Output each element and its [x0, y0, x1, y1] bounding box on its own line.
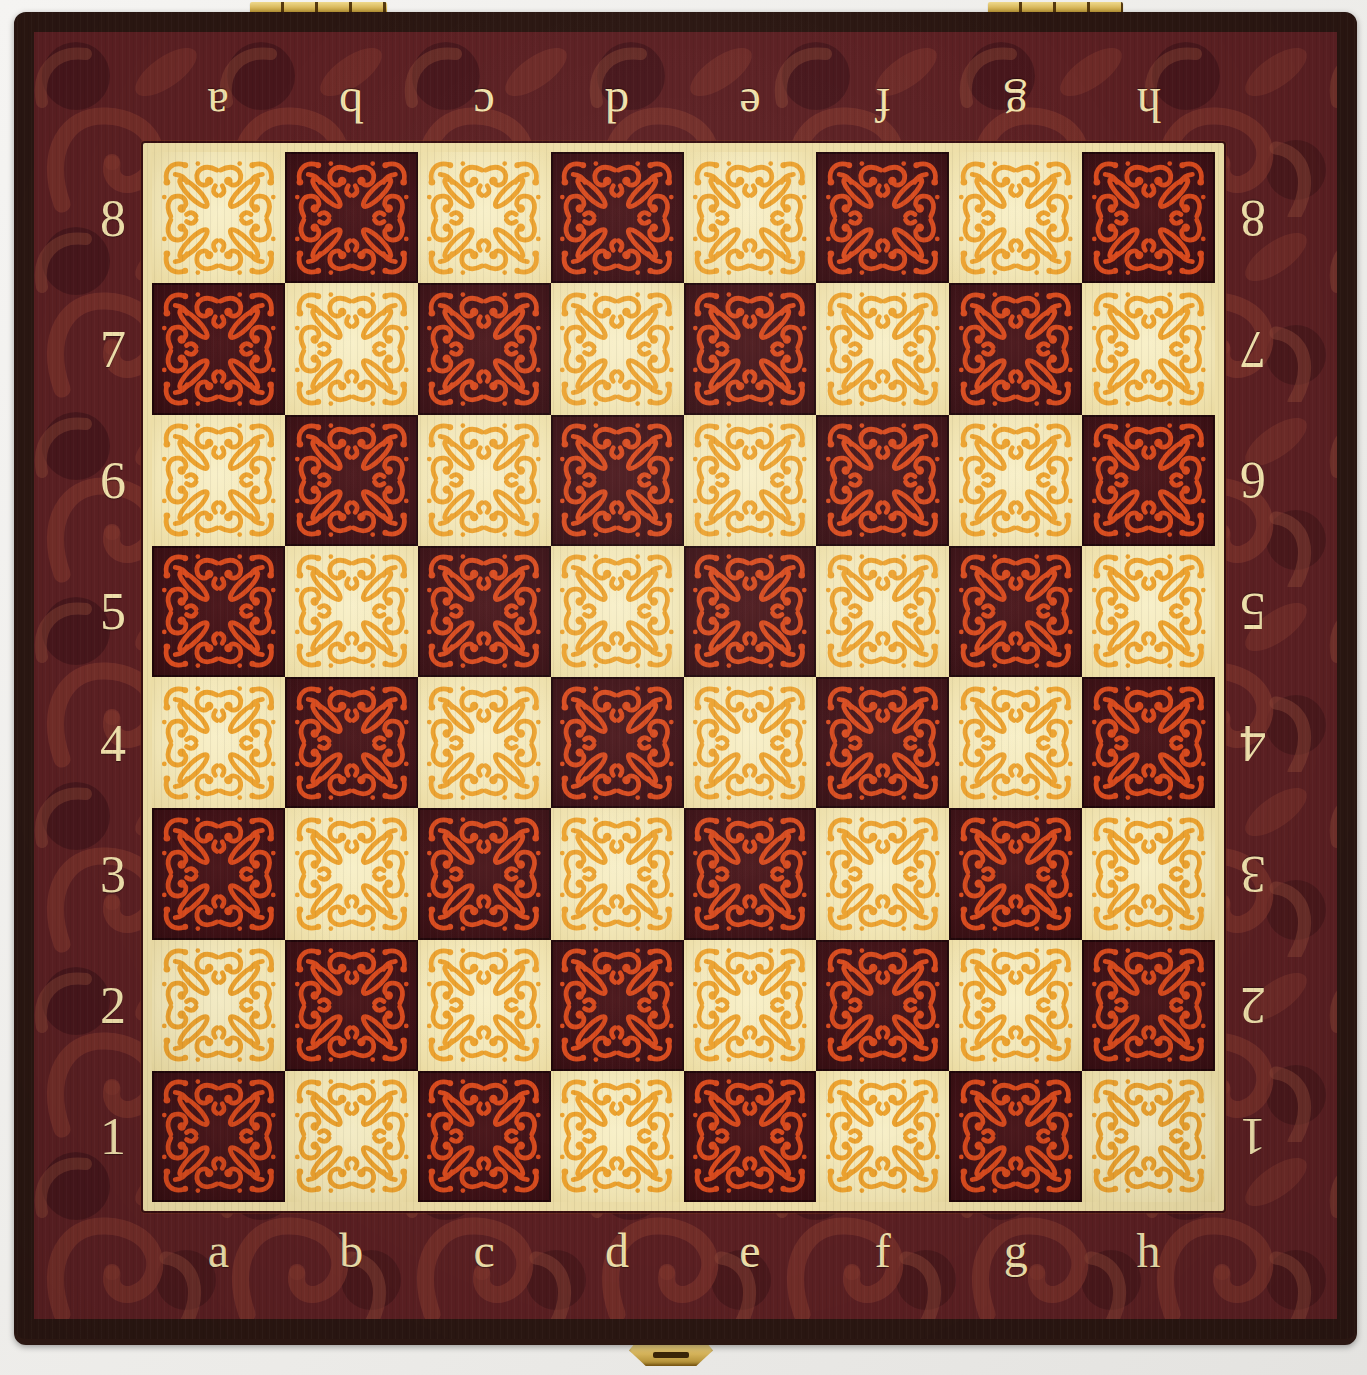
chess-box: aabbccddeeffgghh8877665544332211 — [14, 12, 1357, 1345]
damask-ornament-icon — [290, 944, 414, 1066]
square-b7[interactable] — [285, 283, 418, 414]
damask-ornament-icon — [290, 288, 414, 410]
damask-ornament-icon — [555, 944, 679, 1066]
square-b4[interactable] — [285, 677, 418, 808]
board-outline-band — [143, 143, 1224, 1211]
damask-ornament-icon — [555, 419, 679, 541]
damask-ornament-icon — [1087, 682, 1211, 804]
square-a5[interactable] — [152, 546, 285, 677]
damask-ornament-icon — [954, 288, 1078, 410]
damask-ornament-icon — [954, 682, 1078, 804]
square-h8[interactable] — [1082, 152, 1215, 283]
square-e5[interactable] — [684, 546, 817, 677]
square-d1[interactable] — [551, 1071, 684, 1202]
square-g8[interactable] — [949, 152, 1082, 283]
damask-ornament-icon — [290, 813, 414, 935]
square-c4[interactable] — [418, 677, 551, 808]
damask-ornament-icon — [688, 157, 812, 279]
square-f4[interactable] — [816, 677, 949, 808]
square-h6[interactable] — [1082, 415, 1215, 546]
square-b1[interactable] — [285, 1071, 418, 1202]
damask-ornament-icon — [157, 1075, 281, 1197]
square-h1[interactable] — [1082, 1071, 1215, 1202]
damask-ornament-icon — [422, 813, 546, 935]
damask-ornament-icon — [422, 682, 546, 804]
damask-ornament-icon — [954, 550, 1078, 672]
damask-ornament-icon — [688, 550, 812, 672]
square-f7[interactable] — [816, 283, 949, 414]
square-g1[interactable] — [949, 1071, 1082, 1202]
square-h3[interactable] — [1082, 808, 1215, 939]
square-f1[interactable] — [816, 1071, 949, 1202]
square-a7[interactable] — [152, 283, 285, 414]
damask-ornament-icon — [422, 1075, 546, 1197]
damask-ornament-icon — [422, 944, 546, 1066]
damask-ornament-icon — [1087, 550, 1211, 672]
square-e7[interactable] — [684, 283, 817, 414]
damask-ornament-icon — [954, 813, 1078, 935]
damask-ornament-icon — [555, 288, 679, 410]
square-c5[interactable] — [418, 546, 551, 677]
damask-ornament-icon — [157, 157, 281, 279]
damask-ornament-icon — [290, 1075, 414, 1197]
square-h7[interactable] — [1082, 283, 1215, 414]
square-c2[interactable] — [418, 940, 551, 1071]
square-e8[interactable] — [684, 152, 817, 283]
damask-ornament-icon — [555, 813, 679, 935]
square-d8[interactable] — [551, 152, 684, 283]
square-a6[interactable] — [152, 415, 285, 546]
damask-ornament-icon — [422, 419, 546, 541]
damask-ornament-icon — [422, 550, 546, 672]
damask-ornament-icon — [157, 550, 281, 672]
damask-ornament-icon — [1087, 157, 1211, 279]
damask-ornament-icon — [688, 1075, 812, 1197]
damask-ornament-icon — [821, 288, 945, 410]
damask-ornament-icon — [688, 419, 812, 541]
damask-ornament-icon — [688, 288, 812, 410]
damask-ornament-icon — [1087, 1075, 1211, 1197]
square-e2[interactable] — [684, 940, 817, 1071]
damask-ornament-icon — [1087, 944, 1211, 1066]
square-c6[interactable] — [418, 415, 551, 546]
square-g5[interactable] — [949, 546, 1082, 677]
square-d3[interactable] — [551, 808, 684, 939]
damask-ornament-icon — [555, 1075, 679, 1197]
square-h2[interactable] — [1082, 940, 1215, 1071]
square-e4[interactable] — [684, 677, 817, 808]
damask-ornament-icon — [422, 157, 546, 279]
damask-ornament-icon — [1087, 419, 1211, 541]
damask-ornament-icon — [555, 550, 679, 672]
damask-ornament-icon — [157, 419, 281, 541]
damask-ornament-icon — [821, 682, 945, 804]
square-a1[interactable] — [152, 1071, 285, 1202]
square-h5[interactable] — [1082, 546, 1215, 677]
square-a2[interactable] — [152, 940, 285, 1071]
square-b2[interactable] — [285, 940, 418, 1071]
damask-ornament-icon — [821, 157, 945, 279]
square-b5[interactable] — [285, 546, 418, 677]
square-f6[interactable] — [816, 415, 949, 546]
square-e3[interactable] — [684, 808, 817, 939]
square-d7[interactable] — [551, 283, 684, 414]
damask-ornament-icon — [1087, 288, 1211, 410]
damask-ornament-icon — [157, 813, 281, 935]
square-c8[interactable] — [418, 152, 551, 283]
damask-ornament-icon — [422, 288, 546, 410]
square-c1[interactable] — [418, 1071, 551, 1202]
damask-ornament-icon — [821, 813, 945, 935]
square-d2[interactable] — [551, 940, 684, 1071]
damask-ornament-icon — [1087, 813, 1211, 935]
square-d5[interactable] — [551, 546, 684, 677]
square-b3[interactable] — [285, 808, 418, 939]
square-e1[interactable] — [684, 1071, 817, 1202]
square-f5[interactable] — [816, 546, 949, 677]
damask-ornament-icon — [157, 944, 281, 1066]
damask-ornament-icon — [954, 944, 1078, 1066]
damask-ornament-icon — [688, 682, 812, 804]
damask-ornament-icon — [821, 1075, 945, 1197]
ornamental-border: aabbccddeeffgghh8877665544332211 — [34, 32, 1337, 1319]
square-a8[interactable] — [152, 152, 285, 283]
square-f3[interactable] — [816, 808, 949, 939]
square-d4[interactable] — [551, 677, 684, 808]
damask-ornament-icon — [290, 157, 414, 279]
board-grid — [152, 152, 1215, 1202]
damask-ornament-icon — [157, 682, 281, 804]
damask-ornament-icon — [954, 419, 1078, 541]
damask-ornament-icon — [290, 419, 414, 541]
square-d6[interactable] — [551, 415, 684, 546]
damask-ornament-icon — [555, 157, 679, 279]
damask-ornament-icon — [688, 813, 812, 935]
square-a4[interactable] — [152, 677, 285, 808]
square-g6[interactable] — [949, 415, 1082, 546]
damask-ornament-icon — [821, 550, 945, 672]
damask-ornament-icon — [688, 944, 812, 1066]
square-g3[interactable] — [949, 808, 1082, 939]
square-c3[interactable] — [418, 808, 551, 939]
square-h4[interactable] — [1082, 677, 1215, 808]
square-a3[interactable] — [152, 808, 285, 939]
square-c7[interactable] — [418, 283, 551, 414]
square-g2[interactable] — [949, 940, 1082, 1071]
square-f2[interactable] — [816, 940, 949, 1071]
square-g7[interactable] — [949, 283, 1082, 414]
square-e6[interactable] — [684, 415, 817, 546]
damask-ornament-icon — [555, 682, 679, 804]
square-b6[interactable] — [285, 415, 418, 546]
damask-ornament-icon — [821, 419, 945, 541]
square-g4[interactable] — [949, 677, 1082, 808]
damask-ornament-icon — [954, 1075, 1078, 1197]
damask-ornament-icon — [290, 550, 414, 672]
damask-ornament-icon — [821, 944, 945, 1066]
square-b8[interactable] — [285, 152, 418, 283]
damask-ornament-icon — [290, 682, 414, 804]
damask-ornament-icon — [954, 157, 1078, 279]
square-f8[interactable] — [816, 152, 949, 283]
damask-ornament-icon — [157, 288, 281, 410]
